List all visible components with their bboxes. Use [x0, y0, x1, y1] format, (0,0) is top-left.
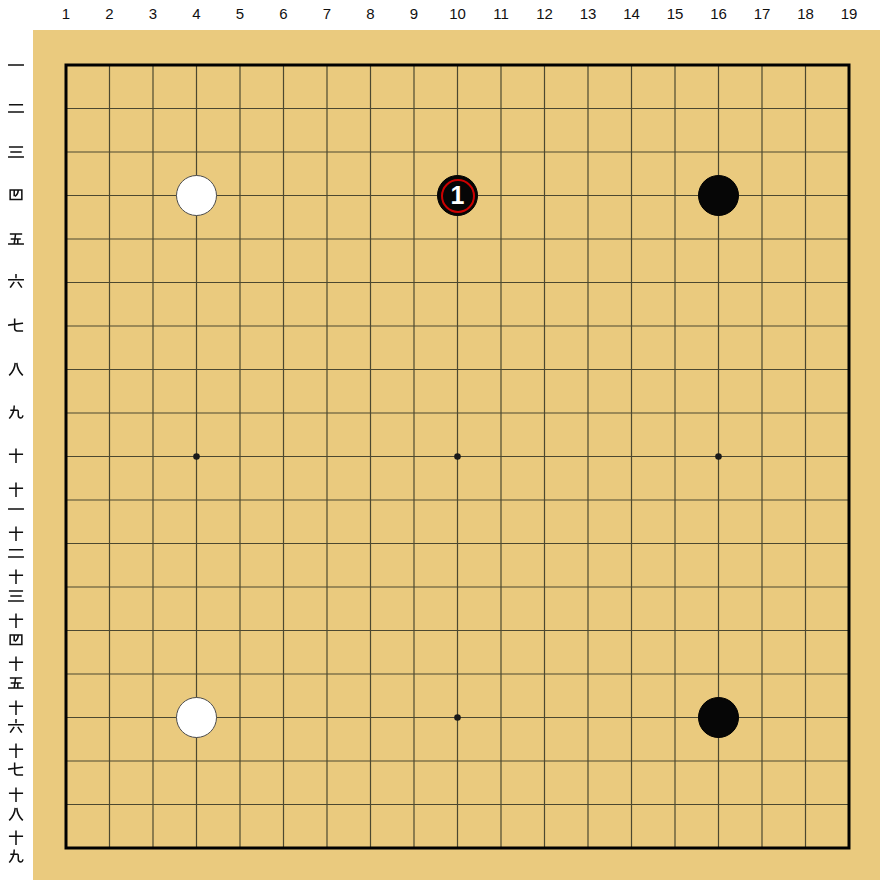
row-label-3: 三: [7, 143, 25, 162]
column-label-8: 8: [366, 3, 374, 25]
column-label-16: 16: [710, 3, 727, 25]
row-label-17: 十七: [7, 742, 25, 780]
stone-white-4-16[interactable]: [176, 697, 217, 738]
row-label-11: 十一: [7, 481, 25, 519]
column-label-2: 2: [105, 3, 113, 25]
column-label-6: 6: [279, 3, 287, 25]
row-label-16: 十六: [7, 699, 25, 737]
column-label-1: 1: [62, 3, 70, 25]
stone-black-10-4[interactable]: 1: [437, 175, 478, 216]
row-label-4: 四: [7, 186, 25, 205]
column-label-15: 15: [667, 3, 684, 25]
stone-white-4-4[interactable]: [176, 175, 217, 216]
row-label-2: 二: [7, 99, 25, 118]
column-label-4: 4: [192, 3, 200, 25]
row-label-9: 九: [7, 404, 25, 423]
column-label-13: 13: [580, 3, 597, 25]
column-label-3: 3: [149, 3, 157, 25]
row-label-15: 十五: [7, 655, 25, 693]
row-label-5: 五: [7, 230, 25, 249]
row-label-14: 十四: [7, 612, 25, 650]
column-label-17: 17: [754, 3, 771, 25]
go-diagram-page: 12345678910111213141516171819 一二三四五六七八九十…: [0, 0, 880, 880]
column-label-14: 14: [623, 3, 640, 25]
row-label-10: 十: [7, 447, 25, 466]
row-label-12: 十二: [7, 525, 25, 563]
column-label-18: 18: [797, 3, 814, 25]
column-label-10: 10: [449, 3, 466, 25]
row-label-1: 一: [7, 56, 25, 75]
column-label-5: 5: [236, 3, 244, 25]
row-label-8: 八: [7, 360, 25, 379]
column-label-7: 7: [323, 3, 331, 25]
row-label-13: 十三: [7, 568, 25, 606]
column-label-9: 9: [410, 3, 418, 25]
move-number-label: 1: [438, 176, 477, 215]
row-label-19: 十九: [7, 829, 25, 867]
row-label-6: 六: [7, 273, 25, 292]
stone-black-16-16[interactable]: [698, 697, 739, 738]
column-label-11: 11: [493, 3, 509, 25]
column-label-12: 12: [536, 3, 553, 25]
row-label-18: 十八: [7, 786, 25, 824]
column-label-19: 19: [841, 3, 858, 25]
go-board[interactable]: [33, 30, 880, 880]
row-label-7: 七: [7, 317, 25, 336]
stone-black-16-4[interactable]: [698, 175, 739, 216]
